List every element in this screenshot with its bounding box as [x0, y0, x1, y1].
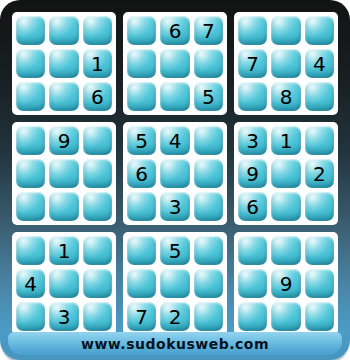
cell-r8c6[interactable]: [194, 269, 223, 298]
cell-r2c9[interactable]: 4: [305, 49, 334, 78]
cell-r7c2[interactable]: 1: [49, 236, 78, 265]
box-7: 143: [12, 232, 116, 335]
cell-r9c6[interactable]: [194, 302, 223, 331]
website-label: www.sudokusweb.com: [8, 332, 342, 355]
cell-r3c2[interactable]: [49, 82, 78, 111]
box-3: 748: [234, 12, 338, 115]
cell-r9c5[interactable]: 2: [160, 302, 189, 331]
cell-r5c7[interactable]: 9: [238, 159, 267, 188]
cell-r5c2[interactable]: [49, 159, 78, 188]
cell-r4c8[interactable]: 1: [271, 126, 300, 155]
cell-r8c1[interactable]: 4: [16, 269, 45, 298]
cell-r8c7[interactable]: [238, 269, 267, 298]
cell-r7c4[interactable]: [127, 236, 156, 265]
box-5: 5463: [123, 122, 227, 225]
cell-r6c3[interactable]: [83, 192, 112, 221]
cell-r6c8[interactable]: [271, 192, 300, 221]
cell-r2c3[interactable]: 1: [83, 49, 112, 78]
cell-r4c5[interactable]: 4: [160, 126, 189, 155]
cell-r3c4[interactable]: [127, 82, 156, 111]
cell-r4c4[interactable]: 5: [127, 126, 156, 155]
cell-r1c6[interactable]: 7: [194, 16, 223, 45]
cell-r4c6[interactable]: [194, 126, 223, 155]
cell-r3c1[interactable]: [16, 82, 45, 111]
cell-r2c1[interactable]: [16, 49, 45, 78]
cell-r7c9[interactable]: [305, 236, 334, 265]
cell-r5c8[interactable]: [271, 159, 300, 188]
cell-r5c6[interactable]: [194, 159, 223, 188]
cell-r9c3[interactable]: [83, 302, 112, 331]
cell-r5c9[interactable]: 2: [305, 159, 334, 188]
cell-r4c1[interactable]: [16, 126, 45, 155]
cell-r1c2[interactable]: [49, 16, 78, 45]
box-9: 9: [234, 232, 338, 335]
cell-r5c3[interactable]: [83, 159, 112, 188]
cell-r6c1[interactable]: [16, 192, 45, 221]
cell-r7c7[interactable]: [238, 236, 267, 265]
cell-r7c5[interactable]: 5: [160, 236, 189, 265]
cell-r9c9[interactable]: [305, 302, 334, 331]
cell-r2c2[interactable]: [49, 49, 78, 78]
cell-r8c5[interactable]: [160, 269, 189, 298]
cell-r2c6[interactable]: [194, 49, 223, 78]
cell-r1c1[interactable]: [16, 16, 45, 45]
cell-r5c5[interactable]: [160, 159, 189, 188]
cell-r1c9[interactable]: [305, 16, 334, 45]
cell-r8c2[interactable]: [49, 269, 78, 298]
cell-r1c7[interactable]: [238, 16, 267, 45]
cell-r8c4[interactable]: [127, 269, 156, 298]
cell-r7c3[interactable]: [83, 236, 112, 265]
cell-r2c5[interactable]: [160, 49, 189, 78]
cell-r2c7[interactable]: 7: [238, 49, 267, 78]
cell-r8c8[interactable]: 9: [271, 269, 300, 298]
cell-r9c1[interactable]: [16, 302, 45, 331]
cell-r6c7[interactable]: 6: [238, 192, 267, 221]
cell-r9c8[interactable]: [271, 302, 300, 331]
cell-r4c7[interactable]: 3: [238, 126, 267, 155]
cell-r3c5[interactable]: [160, 82, 189, 111]
cell-r7c8[interactable]: [271, 236, 300, 265]
cell-r2c4[interactable]: [127, 49, 156, 78]
cell-r4c3[interactable]: [83, 126, 112, 155]
cell-r3c3[interactable]: 6: [83, 82, 112, 111]
sudoku-grid: 1667574895463319261435729: [12, 12, 338, 335]
cell-r4c9[interactable]: [305, 126, 334, 155]
cell-r9c4[interactable]: 7: [127, 302, 156, 331]
box-2: 675: [123, 12, 227, 115]
cell-r6c9[interactable]: [305, 192, 334, 221]
cell-r9c2[interactable]: 3: [49, 302, 78, 331]
cell-r7c1[interactable]: [16, 236, 45, 265]
sudoku-board-plaque: 1667574895463319261435729 www.sudokusweb…: [0, 0, 350, 360]
cell-r1c5[interactable]: 6: [160, 16, 189, 45]
cell-r6c5[interactable]: 3: [160, 192, 189, 221]
box-4: 9: [12, 122, 116, 225]
cell-r1c8[interactable]: [271, 16, 300, 45]
cell-r1c3[interactable]: [83, 16, 112, 45]
cell-r7c6[interactable]: [194, 236, 223, 265]
box-8: 572: [123, 232, 227, 335]
cell-r6c2[interactable]: [49, 192, 78, 221]
cell-r6c4[interactable]: [127, 192, 156, 221]
cell-r1c4[interactable]: [127, 16, 156, 45]
cell-r6c6[interactable]: [194, 192, 223, 221]
cell-r5c4[interactable]: 6: [127, 159, 156, 188]
box-1: 16: [12, 12, 116, 115]
cell-r9c7[interactable]: [238, 302, 267, 331]
cell-r3c8[interactable]: 8: [271, 82, 300, 111]
cell-r4c2[interactable]: 9: [49, 126, 78, 155]
cell-r3c7[interactable]: [238, 82, 267, 111]
cell-r2c8[interactable]: [271, 49, 300, 78]
cell-r8c3[interactable]: [83, 269, 112, 298]
cell-r3c9[interactable]: [305, 82, 334, 111]
box-6: 31926: [234, 122, 338, 225]
cell-r8c9[interactable]: [305, 269, 334, 298]
cell-r3c6[interactable]: 5: [194, 82, 223, 111]
cell-r5c1[interactable]: [16, 159, 45, 188]
